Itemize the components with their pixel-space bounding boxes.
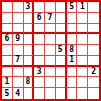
cell-r7c7[interactable] bbox=[67, 67, 78, 78]
cell-r7c6[interactable] bbox=[56, 67, 67, 78]
cell-r2c9[interactable] bbox=[88, 13, 99, 24]
cell-r9c3[interactable] bbox=[24, 88, 35, 99]
cell-r4c8[interactable] bbox=[77, 34, 88, 45]
cell-r9c6[interactable] bbox=[56, 88, 67, 99]
cell-r6c7[interactable]: 1 bbox=[67, 56, 78, 67]
cell-r5c6[interactable]: 5 bbox=[56, 45, 67, 56]
cell-r7c5[interactable] bbox=[45, 67, 56, 78]
cell-r4c5[interactable] bbox=[45, 34, 56, 45]
cell-r2c1[interactable] bbox=[2, 13, 13, 24]
cell-r4c2[interactable]: 9 bbox=[13, 34, 24, 45]
cell-r4c6[interactable] bbox=[56, 34, 67, 45]
cell-r2c3[interactable] bbox=[24, 13, 35, 24]
cell-r3c2[interactable] bbox=[13, 24, 24, 35]
cell-r6c6[interactable] bbox=[56, 56, 67, 67]
cell-r9c4[interactable] bbox=[34, 88, 45, 99]
cell-r9c1[interactable]: 5 bbox=[2, 88, 13, 99]
cell-r2c8[interactable] bbox=[77, 13, 88, 24]
cell-r9c2[interactable]: 4 bbox=[13, 88, 24, 99]
cell-r6c3[interactable] bbox=[24, 56, 35, 67]
cell-r5c7[interactable]: 8 bbox=[67, 45, 78, 56]
cell-r1c7[interactable]: 5 bbox=[67, 2, 78, 13]
cell-r4c7[interactable] bbox=[67, 34, 78, 45]
cell-r5c9[interactable] bbox=[88, 45, 99, 56]
cell-r3c9[interactable] bbox=[88, 24, 99, 35]
cell-r3c3[interactable] bbox=[24, 24, 35, 35]
cell-r4c3[interactable] bbox=[24, 34, 35, 45]
cell-r3c7[interactable] bbox=[67, 24, 78, 35]
cell-r9c5[interactable] bbox=[45, 88, 56, 99]
cell-r3c5[interactable] bbox=[45, 24, 56, 35]
cell-r3c8[interactable] bbox=[77, 24, 88, 35]
cell-r2c6[interactable] bbox=[56, 13, 67, 24]
cell-r5c1[interactable] bbox=[2, 45, 13, 56]
cell-r6c2[interactable]: 7 bbox=[13, 56, 24, 67]
cell-r1c4[interactable] bbox=[34, 2, 45, 13]
cell-r7c3[interactable] bbox=[24, 67, 35, 78]
cell-r4c9[interactable] bbox=[88, 34, 99, 45]
sudoku-board: 35167695871321854 bbox=[0, 0, 101, 101]
cell-r9c9[interactable] bbox=[88, 88, 99, 99]
cell-r5c3[interactable] bbox=[24, 45, 35, 56]
cell-r6c9[interactable] bbox=[88, 56, 99, 67]
cell-r5c8[interactable] bbox=[77, 45, 88, 56]
cell-r3c6[interactable] bbox=[56, 24, 67, 35]
cell-r8c7[interactable] bbox=[67, 77, 78, 88]
cell-r8c8[interactable] bbox=[77, 77, 88, 88]
cell-r8c6[interactable] bbox=[56, 77, 67, 88]
cell-r5c2[interactable] bbox=[13, 45, 24, 56]
cell-r5c4[interactable] bbox=[34, 45, 45, 56]
cell-r2c7[interactable] bbox=[67, 13, 78, 24]
cell-r8c9[interactable] bbox=[88, 77, 99, 88]
cell-r1c9[interactable] bbox=[88, 2, 99, 13]
cell-r9c7[interactable] bbox=[67, 88, 78, 99]
cell-r7c4[interactable]: 3 bbox=[34, 67, 45, 78]
cell-r8c1[interactable]: 1 bbox=[2, 77, 13, 88]
cell-r7c2[interactable] bbox=[13, 67, 24, 78]
cell-r6c1[interactable] bbox=[2, 56, 13, 67]
cell-r8c3[interactable]: 8 bbox=[24, 77, 35, 88]
cell-r1c5[interactable] bbox=[45, 2, 56, 13]
cell-r7c9[interactable]: 2 bbox=[88, 67, 99, 78]
cell-r1c6[interactable] bbox=[56, 2, 67, 13]
cell-r1c3[interactable]: 3 bbox=[24, 2, 35, 13]
cell-r3c1[interactable] bbox=[2, 24, 13, 35]
cell-r5c5[interactable] bbox=[45, 45, 56, 56]
cell-r8c5[interactable] bbox=[45, 77, 56, 88]
cell-r1c2[interactable] bbox=[13, 2, 24, 13]
cell-r2c5[interactable]: 7 bbox=[45, 13, 56, 24]
cell-r6c8[interactable] bbox=[77, 56, 88, 67]
cell-r3c4[interactable] bbox=[34, 24, 45, 35]
cell-r7c8[interactable] bbox=[77, 67, 88, 78]
cell-r9c8[interactable] bbox=[77, 88, 88, 99]
cell-r2c2[interactable] bbox=[13, 13, 24, 24]
cell-r7c1[interactable] bbox=[2, 67, 13, 78]
cell-r1c8[interactable]: 1 bbox=[77, 2, 88, 13]
cell-r4c1[interactable]: 6 bbox=[2, 34, 13, 45]
cell-r8c4[interactable] bbox=[34, 77, 45, 88]
cell-r8c2[interactable] bbox=[13, 77, 24, 88]
cell-r6c4[interactable] bbox=[34, 56, 45, 67]
cell-r2c4[interactable]: 6 bbox=[34, 13, 45, 24]
cell-r6c5[interactable] bbox=[45, 56, 56, 67]
cell-r4c4[interactable] bbox=[34, 34, 45, 45]
cell-r1c1[interactable] bbox=[2, 2, 13, 13]
